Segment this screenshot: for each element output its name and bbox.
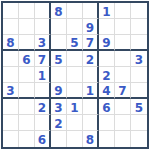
cell-r6c5[interactable] <box>67 83 83 99</box>
given-digit: 6 <box>102 101 110 113</box>
cell-r8c1[interactable] <box>3 115 19 131</box>
cell-r2c9[interactable] <box>131 19 147 35</box>
cell-r7c6[interactable] <box>83 99 99 115</box>
given-digit: 7 <box>38 53 46 65</box>
cell-r7c9[interactable]: 5 <box>131 99 147 115</box>
cell-r7c2[interactable] <box>19 99 35 115</box>
cell-r6c6[interactable]: 1 <box>83 83 99 99</box>
given-digit: 3 <box>54 101 62 113</box>
cell-r2c2[interactable] <box>19 19 35 35</box>
given-digit: 5 <box>70 37 78 49</box>
given-digit: 3 <box>135 53 143 65</box>
cell-r4c7[interactable] <box>99 51 115 67</box>
given-digit: 3 <box>38 37 46 49</box>
sudoku-board: 8198357967523123914723165268 <box>1 1 149 149</box>
cell-r4c1[interactable] <box>3 51 19 67</box>
cell-r7c3[interactable]: 2 <box>35 99 51 115</box>
given-digit: 1 <box>38 69 46 81</box>
cell-r6c2[interactable] <box>19 83 35 99</box>
given-digit: 1 <box>70 101 78 113</box>
cell-r2c4[interactable] <box>51 19 67 35</box>
given-digit: 5 <box>54 53 62 65</box>
cell-r3c7[interactable]: 9 <box>99 35 115 51</box>
cell-r6c7[interactable]: 4 <box>99 83 115 99</box>
given-digit: 9 <box>86 21 94 33</box>
cell-r7c1[interactable] <box>3 99 19 115</box>
cell-r9c9[interactable] <box>131 131 147 147</box>
given-digit: 2 <box>54 117 62 129</box>
cell-r5c1[interactable] <box>3 67 19 83</box>
cell-r5c2[interactable] <box>19 67 35 83</box>
cell-r3c4[interactable] <box>51 35 67 51</box>
cell-r3c8[interactable] <box>115 35 131 51</box>
cell-r6c1[interactable]: 3 <box>3 83 19 99</box>
given-digit: 2 <box>86 53 94 65</box>
cell-r1c2[interactable] <box>19 3 35 19</box>
given-digit: 1 <box>102 5 110 17</box>
cell-r8c7[interactable] <box>99 115 115 131</box>
cell-r8c4[interactable]: 2 <box>51 115 67 131</box>
cell-r4c9[interactable]: 3 <box>131 51 147 67</box>
cell-r9c2[interactable] <box>19 131 35 147</box>
cell-r4c8[interactable] <box>115 51 131 67</box>
cell-r6c9[interactable] <box>131 83 147 99</box>
cell-r1c5[interactable] <box>67 3 83 19</box>
cell-r9c4[interactable] <box>51 131 67 147</box>
cell-r4c2[interactable]: 6 <box>19 51 35 67</box>
cell-r1c7[interactable]: 1 <box>99 3 115 19</box>
cell-r4c4[interactable]: 5 <box>51 51 67 67</box>
cell-r8c8[interactable] <box>115 115 131 131</box>
cell-r9c7[interactable] <box>99 131 115 147</box>
cell-r5c3[interactable]: 1 <box>35 67 51 83</box>
cell-r7c5[interactable]: 1 <box>67 99 83 115</box>
cell-r7c7[interactable]: 6 <box>99 99 115 115</box>
cell-r5c4[interactable] <box>51 67 67 83</box>
cell-r7c8[interactable] <box>115 99 131 115</box>
cell-r3c5[interactable]: 5 <box>67 35 83 51</box>
cell-r5c9[interactable] <box>131 67 147 83</box>
cell-r3c6[interactable]: 7 <box>83 35 99 51</box>
given-digit: 8 <box>54 5 62 17</box>
cell-r6c8[interactable]: 7 <box>115 83 131 99</box>
cell-r8c2[interactable] <box>19 115 35 131</box>
cell-r2c5[interactable] <box>67 19 83 35</box>
cell-r1c8[interactable] <box>115 3 131 19</box>
cell-r6c3[interactable] <box>35 83 51 99</box>
given-digit: 9 <box>102 37 110 49</box>
cell-r1c3[interactable] <box>35 3 51 19</box>
cell-r2c3[interactable] <box>35 19 51 35</box>
cell-r9c3[interactable]: 6 <box>35 131 51 147</box>
given-digit: 7 <box>86 37 94 49</box>
given-digit: 9 <box>54 85 62 97</box>
cell-r3c1[interactable]: 8 <box>3 35 19 51</box>
cell-r7c4[interactable]: 3 <box>51 99 67 115</box>
cell-r2c8[interactable] <box>115 19 131 35</box>
cell-r3c9[interactable] <box>131 35 147 51</box>
cell-r1c6[interactable] <box>83 3 99 19</box>
cell-r8c5[interactable] <box>67 115 83 131</box>
cell-r3c3[interactable]: 3 <box>35 35 51 51</box>
cell-r2c1[interactable] <box>3 19 19 35</box>
cell-r9c6[interactable]: 8 <box>83 131 99 147</box>
cell-r5c8[interactable] <box>115 67 131 83</box>
cell-r3c2[interactable] <box>19 35 35 51</box>
given-digit: 6 <box>38 134 46 146</box>
given-digit: 3 <box>6 85 14 97</box>
given-digit: 5 <box>135 101 143 113</box>
cell-r8c6[interactable] <box>83 115 99 131</box>
given-digit: 7 <box>118 85 126 97</box>
cell-r9c8[interactable] <box>115 131 131 147</box>
given-digit: 2 <box>38 101 46 113</box>
cell-r5c5[interactable] <box>67 67 83 83</box>
given-digit: 4 <box>102 85 110 97</box>
cell-r1c1[interactable] <box>3 3 19 19</box>
cell-r8c3[interactable] <box>35 115 51 131</box>
given-digit: 2 <box>102 69 110 81</box>
cell-r5c7[interactable]: 2 <box>99 67 115 83</box>
given-digit: 1 <box>86 85 94 97</box>
cell-r9c5[interactable] <box>67 131 83 147</box>
cell-r1c9[interactable] <box>131 3 147 19</box>
cell-r6c4[interactable]: 9 <box>51 83 67 99</box>
cell-r8c9[interactable] <box>131 115 147 131</box>
cell-r4c6[interactable]: 2 <box>83 51 99 67</box>
cell-r2c7[interactable] <box>99 19 115 35</box>
cell-r4c3[interactable]: 7 <box>35 51 51 67</box>
cell-r1c4[interactable]: 8 <box>51 3 67 19</box>
cell-r9c1[interactable] <box>3 131 19 147</box>
given-digit: 8 <box>86 134 94 146</box>
cell-r4c5[interactable] <box>67 51 83 67</box>
cell-r5c6[interactable] <box>83 67 99 83</box>
cell-r2c6[interactable]: 9 <box>83 19 99 35</box>
given-digit: 6 <box>22 53 30 65</box>
given-digit: 8 <box>6 37 14 49</box>
